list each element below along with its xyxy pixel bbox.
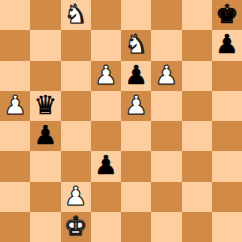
square-d1[interactable] <box>91 212 121 242</box>
square-b3[interactable] <box>30 151 60 181</box>
piece-black-king[interactable]: ♚ <box>215 1 238 27</box>
square-g5[interactable] <box>182 91 212 121</box>
square-e5[interactable]: ♟ <box>121 91 151 121</box>
square-a5[interactable]: ♟ <box>0 91 30 121</box>
square-g6[interactable] <box>182 61 212 91</box>
square-b7[interactable] <box>30 30 60 60</box>
square-c2[interactable]: ♟ <box>61 182 91 212</box>
square-f2[interactable] <box>151 182 181 212</box>
square-f5[interactable] <box>151 91 181 121</box>
square-c3[interactable] <box>61 151 91 181</box>
square-b4[interactable]: ♟ <box>30 121 60 151</box>
square-c6[interactable] <box>61 61 91 91</box>
square-a7[interactable] <box>0 30 30 60</box>
chess-board: ♞♚♞♟♟♟♟♟♛♟♟♟♟♚ <box>0 0 242 242</box>
square-g3[interactable] <box>182 151 212 181</box>
square-h5[interactable] <box>212 91 242 121</box>
square-c7[interactable] <box>61 30 91 60</box>
square-e8[interactable] <box>121 0 151 30</box>
square-f1[interactable] <box>151 212 181 242</box>
square-g8[interactable] <box>182 0 212 30</box>
square-d3[interactable]: ♟ <box>91 151 121 181</box>
square-d2[interactable] <box>91 182 121 212</box>
piece-black-pawn[interactable]: ♟ <box>34 122 57 148</box>
square-d8[interactable] <box>91 0 121 30</box>
piece-black-pawn[interactable]: ♟ <box>124 62 147 88</box>
square-a6[interactable] <box>0 61 30 91</box>
square-b6[interactable] <box>30 61 60 91</box>
square-f3[interactable] <box>151 151 181 181</box>
square-c1[interactable]: ♚ <box>61 212 91 242</box>
square-h2[interactable] <box>212 182 242 212</box>
piece-black-pawn[interactable]: ♟ <box>94 152 117 178</box>
square-d4[interactable] <box>91 121 121 151</box>
piece-white-pawn[interactable]: ♟ <box>94 62 117 88</box>
square-a4[interactable] <box>0 121 30 151</box>
square-g2[interactable] <box>182 182 212 212</box>
square-e1[interactable] <box>121 212 151 242</box>
square-g7[interactable] <box>182 30 212 60</box>
square-h3[interactable] <box>212 151 242 181</box>
square-f7[interactable] <box>151 30 181 60</box>
piece-white-knight[interactable]: ♞ <box>124 31 147 57</box>
square-d7[interactable] <box>91 30 121 60</box>
piece-white-king[interactable]: ♚ <box>64 213 87 239</box>
square-g1[interactable] <box>182 212 212 242</box>
square-c5[interactable] <box>61 91 91 121</box>
square-e3[interactable] <box>121 151 151 181</box>
square-f8[interactable] <box>151 0 181 30</box>
square-h7[interactable]: ♟ <box>212 30 242 60</box>
square-d6[interactable]: ♟ <box>91 61 121 91</box>
square-c8[interactable]: ♞ <box>61 0 91 30</box>
square-h4[interactable] <box>212 121 242 151</box>
square-f6[interactable]: ♟ <box>151 61 181 91</box>
square-a8[interactable] <box>0 0 30 30</box>
square-h6[interactable] <box>212 61 242 91</box>
square-h8[interactable]: ♚ <box>212 0 242 30</box>
square-b1[interactable] <box>30 212 60 242</box>
piece-white-pawn[interactable]: ♟ <box>64 183 87 209</box>
square-b2[interactable] <box>30 182 60 212</box>
piece-black-pawn[interactable]: ♟ <box>215 31 238 57</box>
square-e4[interactable] <box>121 121 151 151</box>
square-g4[interactable] <box>182 121 212 151</box>
square-b5[interactable]: ♛ <box>30 91 60 121</box>
square-a2[interactable] <box>0 182 30 212</box>
square-a1[interactable] <box>0 212 30 242</box>
piece-white-pawn[interactable]: ♟ <box>3 92 26 118</box>
piece-white-pawn[interactable]: ♟ <box>155 62 178 88</box>
square-f4[interactable] <box>151 121 181 151</box>
square-e6[interactable]: ♟ <box>121 61 151 91</box>
square-b8[interactable] <box>30 0 60 30</box>
square-d5[interactable] <box>91 91 121 121</box>
square-e7[interactable]: ♞ <box>121 30 151 60</box>
piece-black-queen[interactable]: ♛ <box>34 92 57 118</box>
piece-white-pawn[interactable]: ♟ <box>124 92 147 118</box>
piece-white-knight[interactable]: ♞ <box>64 1 87 27</box>
square-a3[interactable] <box>0 151 30 181</box>
square-h1[interactable] <box>212 212 242 242</box>
square-e2[interactable] <box>121 182 151 212</box>
square-c4[interactable] <box>61 121 91 151</box>
